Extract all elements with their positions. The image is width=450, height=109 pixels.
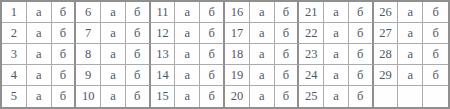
option-b-cell[interactable]: б — [275, 65, 300, 86]
empty-cell — [398, 86, 423, 107]
option-a-cell[interactable]: а — [175, 86, 200, 107]
option-b-cell[interactable]: б — [200, 23, 225, 44]
question-number-cell-24: 24 — [299, 65, 324, 86]
option-b-cell[interactable]: б — [126, 65, 151, 86]
question-number-cell-28: 28 — [374, 44, 399, 65]
option-a-cell[interactable]: а — [250, 2, 275, 23]
question-number-cell-7: 7 — [76, 23, 101, 44]
option-b-cell[interactable]: б — [200, 86, 225, 107]
option-b-cell[interactable]: б — [52, 65, 77, 86]
option-a-cell[interactable]: а — [175, 23, 200, 44]
option-b-cell[interactable]: б — [423, 23, 448, 44]
option-b-cell[interactable]: б — [349, 2, 374, 23]
option-b-cell[interactable]: б — [275, 86, 300, 107]
option-a-cell[interactable]: а — [101, 44, 126, 65]
option-a-cell[interactable]: а — [27, 65, 52, 86]
option-b-cell[interactable]: б — [275, 44, 300, 65]
option-a-cell[interactable]: а — [398, 2, 423, 23]
option-b-cell[interactable]: б — [52, 23, 77, 44]
option-a-cell[interactable]: а — [398, 44, 423, 65]
option-a-cell[interactable]: а — [27, 2, 52, 23]
question-number-cell-4: 4 — [2, 65, 27, 86]
question-number-cell-3: 3 — [2, 44, 27, 65]
empty-cell — [423, 86, 448, 107]
option-b-cell[interactable]: б — [349, 86, 374, 107]
option-a-cell[interactable]: а — [250, 44, 275, 65]
option-b-cell[interactable]: б — [200, 65, 225, 86]
question-number-cell-13: 13 — [151, 44, 176, 65]
option-a-cell[interactable]: а — [324, 86, 349, 107]
option-b-cell[interactable]: б — [423, 2, 448, 23]
option-a-cell[interactable]: а — [101, 86, 126, 107]
question-number-cell-29: 29 — [374, 65, 399, 86]
question-number-cell-6: 6 — [76, 2, 101, 23]
question-number-cell-21: 21 — [299, 2, 324, 23]
answer-grid: 1аб6аб11аб16аб21аб26аб2аб7аб12аб17аб22аб… — [0, 0, 450, 109]
option-a-cell[interactable]: а — [398, 65, 423, 86]
option-a-cell[interactable]: а — [250, 23, 275, 44]
option-a-cell[interactable]: а — [324, 65, 349, 86]
question-number-cell-8: 8 — [76, 44, 101, 65]
question-number-cell-12: 12 — [151, 23, 176, 44]
question-number-cell-20: 20 — [225, 86, 250, 107]
option-b-cell[interactable]: б — [423, 44, 448, 65]
question-number-cell-14: 14 — [151, 65, 176, 86]
option-a-cell[interactable]: а — [250, 65, 275, 86]
option-a-cell[interactable]: а — [250, 86, 275, 107]
question-number-cell-26: 26 — [374, 2, 399, 23]
question-number-cell-19: 19 — [225, 65, 250, 86]
option-a-cell[interactable]: а — [324, 23, 349, 44]
option-b-cell[interactable]: б — [200, 2, 225, 23]
question-number-cell-25: 25 — [299, 86, 324, 107]
question-number-cell-22: 22 — [299, 23, 324, 44]
option-b-cell[interactable]: б — [275, 2, 300, 23]
option-b-cell[interactable]: б — [275, 23, 300, 44]
option-b-cell[interactable]: б — [423, 65, 448, 86]
option-b-cell[interactable]: б — [349, 44, 374, 65]
question-number-cell-11: 11 — [151, 2, 176, 23]
question-number-cell-2: 2 — [2, 23, 27, 44]
question-number-cell-1: 1 — [2, 2, 27, 23]
question-number-cell-17: 17 — [225, 23, 250, 44]
question-number-cell-23: 23 — [299, 44, 324, 65]
option-b-cell[interactable]: б — [349, 65, 374, 86]
question-number-cell-9: 9 — [76, 65, 101, 86]
question-number-cell-5: 5 — [2, 86, 27, 107]
option-a-cell[interactable]: а — [324, 44, 349, 65]
option-b-cell[interactable]: б — [52, 86, 77, 107]
option-b-cell[interactable]: б — [126, 23, 151, 44]
empty-cell — [374, 86, 399, 107]
option-a-cell[interactable]: а — [27, 86, 52, 107]
option-a-cell[interactable]: а — [27, 44, 52, 65]
option-b-cell[interactable]: б — [52, 44, 77, 65]
question-number-cell-15: 15 — [151, 86, 176, 107]
option-b-cell[interactable]: б — [126, 86, 151, 107]
option-b-cell[interactable]: б — [349, 23, 374, 44]
question-number-cell-10: 10 — [76, 86, 101, 107]
option-b-cell[interactable]: б — [200, 44, 225, 65]
question-number-cell-18: 18 — [225, 44, 250, 65]
question-number-cell-16: 16 — [225, 2, 250, 23]
option-a-cell[interactable]: а — [101, 65, 126, 86]
option-a-cell[interactable]: а — [101, 2, 126, 23]
option-a-cell[interactable]: а — [398, 23, 423, 44]
option-a-cell[interactable]: а — [175, 65, 200, 86]
option-b-cell[interactable]: б — [52, 2, 77, 23]
option-a-cell[interactable]: а — [324, 2, 349, 23]
option-a-cell[interactable]: а — [101, 23, 126, 44]
option-b-cell[interactable]: б — [126, 2, 151, 23]
option-a-cell[interactable]: а — [27, 23, 52, 44]
question-number-cell-27: 27 — [374, 23, 399, 44]
option-b-cell[interactable]: б — [126, 44, 151, 65]
option-a-cell[interactable]: а — [175, 44, 200, 65]
option-a-cell[interactable]: а — [175, 2, 200, 23]
